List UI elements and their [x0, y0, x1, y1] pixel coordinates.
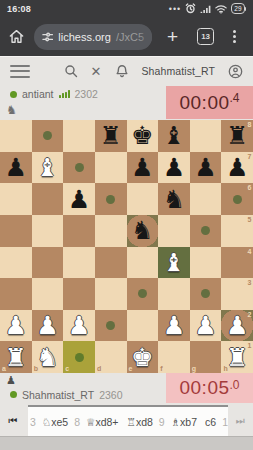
square-d5[interactable] [95, 215, 127, 247]
move-number: 9 [157, 408, 167, 436]
square-f4[interactable]: ♝ [158, 247, 190, 279]
piece-a2[interactable]: ♟ [0, 310, 32, 342]
rank-label: 4 [248, 248, 252, 255]
move[interactable]: c6 [201, 408, 220, 436]
square-a4[interactable] [0, 247, 32, 279]
square-c1[interactable]: c [63, 341, 95, 373]
square-f5[interactable] [158, 215, 190, 247]
challenges-icon[interactable]: ✕ [91, 65, 102, 78]
connection-signal-icon [59, 90, 70, 98]
move-dest-dot [201, 226, 210, 235]
rank-label: 3 [248, 279, 252, 286]
chess-board[interactable]: ♜♚♝♜8♟♝♟♟♟♟7♟♞6♞5♝43♟♟♟♟♟♟2♜a♞bcd♚efg♜h1 [0, 120, 253, 373]
square-e2[interactable] [127, 310, 159, 342]
square-g7[interactable]: ♟ [190, 152, 222, 184]
opponent-name[interactable]: antiant [22, 88, 54, 100]
move-list-bar: ⏮ 3♘xe58♕xd8+♖xd89♗xb7c610♗f4 ⏭ [0, 405, 253, 436]
square-a1[interactable]: ♜a [0, 341, 32, 373]
square-a7[interactable]: ♟ [0, 152, 32, 184]
square-f8[interactable]: ♝ [158, 120, 190, 152]
square-e6[interactable] [127, 183, 159, 215]
piece-g2[interactable]: ♟ [190, 310, 222, 342]
rank-label: 2 [248, 311, 252, 318]
captured-knight-icon: ♞ [6, 104, 17, 116]
move-dest-dot [201, 289, 210, 298]
file-label: f [160, 365, 162, 372]
piece-d8[interactable]: ♜ [95, 120, 127, 152]
move-dest-dot [75, 353, 84, 362]
square-g5[interactable] [190, 215, 222, 247]
page-bottom-strip [0, 436, 253, 450]
square-e8[interactable]: ♚ [127, 120, 159, 152]
piece-b2[interactable]: ♟ [32, 310, 64, 342]
home-button[interactable] [8, 28, 25, 45]
square-f6[interactable]: ♞ [158, 183, 190, 215]
square-b3[interactable] [32, 278, 64, 310]
piece-c6[interactable]: ♟ [63, 183, 95, 215]
phone-screen: 16:08 ••• 29 [0, 0, 253, 450]
square-c5[interactable] [63, 215, 95, 247]
file-label: b [34, 365, 38, 372]
square-b6[interactable] [32, 183, 64, 215]
square-e3[interactable] [127, 278, 159, 310]
piece-f8[interactable]: ♝ [158, 120, 190, 152]
square-h5[interactable]: 5 [221, 215, 253, 247]
move-list[interactable]: 3♘xe58♕xd8+♖xd89♗xb7c610♗f4 [28, 405, 228, 436]
file-label: h [223, 365, 227, 372]
piece-b7[interactable]: ♝ [32, 152, 64, 184]
file-label: c [65, 365, 69, 372]
new-tab-button[interactable]: + [167, 27, 178, 46]
battery-icon: 29 [231, 3, 246, 14]
square-c2[interactable]: ♟ [63, 310, 95, 342]
square-c8[interactable] [63, 120, 95, 152]
square-h7[interactable]: ♟7 [221, 152, 253, 184]
piece-f6[interactable]: ♞ [158, 183, 190, 215]
player-name[interactable]: Shahmatist_RT [22, 389, 94, 401]
online-dot [10, 91, 17, 98]
user-menu-icon[interactable] [228, 64, 243, 79]
piece-c2[interactable]: ♟ [63, 310, 95, 342]
square-f1[interactable]: f [158, 341, 190, 373]
browser-toolbar: lichess.org/JxC5 + 13 [0, 17, 253, 56]
online-dot [10, 391, 17, 398]
square-b2[interactable]: ♟ [32, 310, 64, 342]
square-e4[interactable] [127, 247, 159, 279]
square-e5[interactable]: ♞ [127, 215, 159, 247]
notification-dots-icon: ••• [169, 6, 181, 12]
player-rating: 2360 [99, 389, 122, 401]
url-host: lichess.org [58, 31, 111, 43]
rank-label: 1 [248, 342, 252, 349]
move[interactable]: ♕xd8+ [82, 408, 122, 436]
move[interactable]: ♖xd8 [123, 408, 157, 436]
piece-e8[interactable]: ♚ [127, 120, 159, 152]
square-b7[interactable]: ♝ [32, 152, 64, 184]
square-d4[interactable] [95, 247, 127, 279]
file-label: e [129, 365, 133, 372]
move[interactable]: ♘xe5 [38, 408, 72, 436]
piece-f4[interactable]: ♝ [158, 247, 190, 279]
square-a3[interactable] [0, 278, 32, 310]
move-number: 8 [72, 408, 82, 436]
move-dest-dot [43, 131, 52, 140]
wifi-icon [215, 4, 227, 14]
search-icon[interactable] [64, 64, 78, 78]
site-settings-icon[interactable] [42, 31, 53, 43]
square-f2[interactable]: ♟ [158, 310, 190, 342]
status-bar: 16:08 ••• 29 [0, 0, 253, 17]
hamburger-menu-button[interactable] [10, 65, 30, 78]
square-h4[interactable]: 4 [221, 247, 253, 279]
last-move-button[interactable]: ⏭ [227, 405, 253, 436]
piece-e5[interactable]: ♞ [127, 215, 159, 247]
piece-f7[interactable]: ♟ [158, 152, 190, 184]
opponent-clock: 00:00.4 [166, 86, 253, 119]
square-a6[interactable] [0, 183, 32, 215]
notifications-bell-icon[interactable] [115, 64, 129, 78]
rank-label: 7 [248, 153, 252, 160]
square-b1[interactable]: ♞b [32, 341, 64, 373]
square-h8[interactable]: ♜8 [221, 120, 253, 152]
piece-e7[interactable]: ♟ [127, 152, 159, 184]
site-header: ✕ Shahmatist_RT [0, 56, 253, 85]
signal-icon [200, 4, 211, 14]
square-e1[interactable]: ♚e [127, 341, 159, 373]
file-label: a [2, 365, 6, 372]
opponent-panel: antiant 2302 ♞ 00:00.4 [0, 85, 253, 120]
square-c4[interactable] [63, 247, 95, 279]
move-dest-dot [75, 163, 84, 172]
square-d3[interactable] [95, 278, 127, 310]
piece-a7[interactable]: ♟ [0, 152, 32, 184]
move-number: 3 [28, 408, 38, 436]
browser-menu-button[interactable] [233, 30, 236, 43]
square-e7[interactable]: ♟ [127, 152, 159, 184]
square-h1[interactable]: ♜h1 [221, 341, 253, 373]
square-f7[interactable]: ♟ [158, 152, 190, 184]
move[interactable]: ♗xb7 [167, 408, 201, 436]
move-dest-dot [233, 195, 242, 204]
captured-pawn-icon: ♟ [6, 375, 16, 386]
square-a5[interactable] [0, 215, 32, 247]
square-d6[interactable] [95, 183, 127, 215]
square-c3[interactable] [63, 278, 95, 310]
square-g6[interactable] [190, 183, 222, 215]
header-username[interactable]: Shahmatist_RT [142, 65, 215, 77]
square-d8[interactable]: ♜ [95, 120, 127, 152]
square-g4[interactable] [190, 247, 222, 279]
square-b8[interactable] [32, 120, 64, 152]
square-b4[interactable] [32, 247, 64, 279]
piece-g7[interactable]: ♟ [190, 152, 222, 184]
opponent-rating: 2302 [75, 88, 98, 100]
rank-label: 6 [248, 184, 252, 191]
square-a2[interactable]: ♟ [0, 310, 32, 342]
move-dest-dot [106, 321, 115, 330]
square-d7[interactable] [95, 152, 127, 184]
square-a8[interactable] [0, 120, 32, 152]
square-c6[interactable]: ♟ [63, 183, 95, 215]
square-d1[interactable]: d [95, 341, 127, 373]
square-g1[interactable]: g [190, 341, 222, 373]
rank-label: 8 [248, 121, 252, 128]
square-h2[interactable]: ♟2 [221, 310, 253, 342]
first-move-button[interactable]: ⏮ [0, 405, 26, 436]
square-g3[interactable] [190, 278, 222, 310]
file-label: g [192, 365, 196, 372]
alarm-icon [185, 3, 196, 14]
tab-switcher-button[interactable]: 13 [197, 28, 214, 45]
status-time: 16:08 [7, 4, 31, 14]
rank-label: 5 [248, 216, 252, 223]
player-clock: 00:05.0 [166, 373, 253, 403]
player-panel: ♟ Shahmatist_RT 2360 00:05.0 [0, 373, 253, 405]
piece-f2[interactable]: ♟ [158, 310, 190, 342]
square-h3[interactable]: 3 [221, 278, 253, 310]
square-f3[interactable] [158, 278, 190, 310]
square-g8[interactable] [190, 120, 222, 152]
square-b5[interactable] [32, 215, 64, 247]
move-dest-dot [106, 195, 115, 204]
move-dest-dot [138, 289, 147, 298]
file-label: d [97, 365, 101, 372]
square-h6[interactable]: 6 [221, 183, 253, 215]
square-g2[interactable]: ♟ [190, 310, 222, 342]
square-c7[interactable] [63, 152, 95, 184]
address-bar[interactable]: lichess.org/JxC5 [34, 24, 152, 50]
square-d2[interactable] [95, 310, 127, 342]
